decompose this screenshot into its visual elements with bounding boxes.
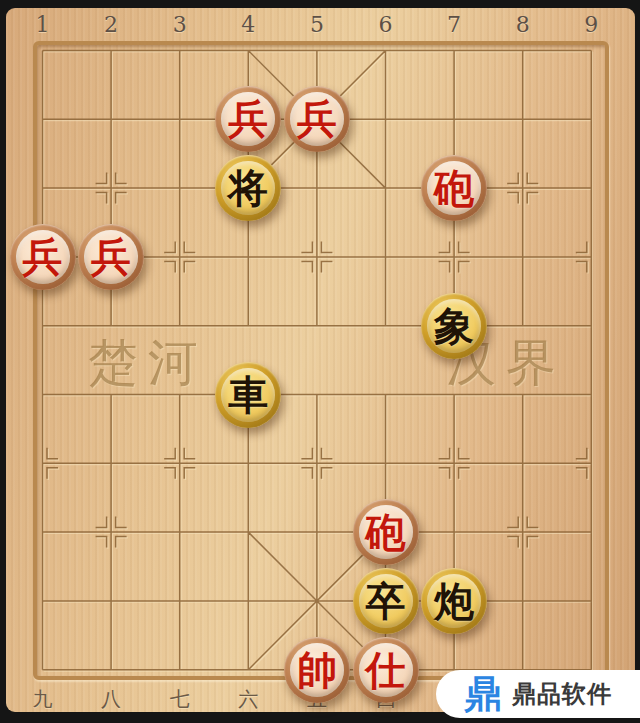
top-file-label-9: 9 — [584, 14, 598, 36]
piece-black-chariot[interactable]: 車 — [215, 362, 281, 428]
piece-glyph: 兵 — [91, 237, 131, 277]
piece-black-elephant[interactable]: 象 — [421, 293, 487, 359]
top-file-label-5: 5 — [310, 14, 324, 36]
piece-glyph: 炮 — [434, 581, 474, 621]
piece-face: 兵 — [84, 230, 138, 284]
piece-glyph: 車 — [228, 375, 268, 415]
piece-black-cannon[interactable]: 炮 — [421, 568, 487, 634]
piece-black-soldier[interactable]: 卒 — [353, 568, 419, 634]
piece-black-general[interactable]: 将 — [215, 155, 281, 221]
xiangqi-app-screen: 楚河 汉界 123456789 九八七六五四三二一 兵兵将砲兵兵象車砲卒炮帥仕 … — [0, 0, 640, 723]
piece-face: 象 — [427, 299, 481, 353]
brand-name: 鼎品软件 — [512, 678, 612, 710]
piece-red-soldier[interactable]: 兵 — [284, 86, 350, 152]
piece-face: 仕 — [359, 643, 413, 697]
brand-logo-icon: 鼎 — [464, 675, 502, 713]
piece-face: 帥 — [290, 643, 344, 697]
piece-glyph: 仕 — [366, 650, 406, 690]
piece-red-soldier[interactable]: 兵 — [10, 224, 76, 290]
river-label-chu-he: 楚河 — [88, 336, 208, 390]
top-file-label-4: 4 — [241, 14, 255, 36]
top-file-label-6: 6 — [379, 14, 393, 36]
piece-face: 将 — [221, 161, 275, 215]
piece-red-soldier[interactable]: 兵 — [78, 224, 144, 290]
piece-face: 兵 — [16, 230, 70, 284]
watermark: 鼎 鼎品软件 — [436, 670, 640, 718]
bottom-file-label-2: 八 — [101, 689, 121, 709]
piece-glyph: 兵 — [297, 99, 337, 139]
piece-red-cannon[interactable]: 砲 — [353, 499, 419, 565]
piece-red-advisor[interactable]: 仕 — [353, 637, 419, 703]
piece-red-cannon[interactable]: 砲 — [421, 155, 487, 221]
top-file-label-2: 2 — [104, 14, 118, 36]
piece-face: 車 — [221, 368, 275, 422]
piece-glyph: 兵 — [23, 237, 63, 277]
piece-face: 兵 — [221, 92, 275, 146]
top-file-label-3: 3 — [173, 14, 187, 36]
bottom-file-label-1: 九 — [33, 689, 53, 709]
top-file-label-7: 7 — [447, 14, 461, 36]
top-file-label-1: 1 — [36, 14, 50, 36]
piece-face: 兵 — [290, 92, 344, 146]
piece-face: 砲 — [427, 161, 481, 215]
piece-glyph: 砲 — [434, 168, 474, 208]
piece-glyph: 兵 — [228, 99, 268, 139]
piece-glyph: 象 — [434, 306, 474, 346]
top-file-label-8: 8 — [516, 14, 530, 36]
bottom-file-label-3: 七 — [170, 689, 190, 709]
piece-face: 砲 — [359, 505, 413, 559]
bottom-file-label-4: 六 — [238, 689, 258, 709]
piece-glyph: 将 — [228, 168, 268, 208]
piece-red-king[interactable]: 帥 — [284, 637, 350, 703]
piece-glyph: 砲 — [366, 512, 406, 552]
piece-glyph: 帥 — [297, 650, 337, 690]
piece-red-soldier[interactable]: 兵 — [215, 86, 281, 152]
piece-face: 卒 — [359, 574, 413, 628]
piece-glyph: 卒 — [366, 581, 406, 621]
piece-face: 炮 — [427, 574, 481, 628]
